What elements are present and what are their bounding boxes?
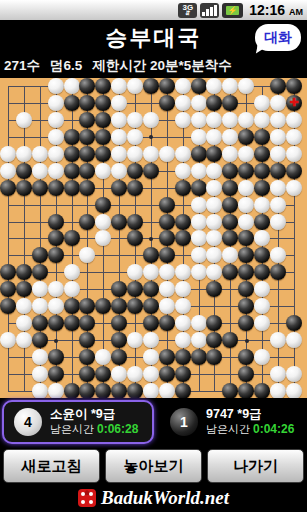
black-stone	[238, 366, 254, 382]
black-stone	[79, 78, 95, 94]
white-stone	[206, 163, 222, 179]
black-stone	[48, 214, 64, 230]
white-stone	[32, 366, 48, 382]
black-stone	[191, 180, 207, 196]
chat-button[interactable]: 대화	[255, 24, 301, 51]
white-stone	[95, 163, 111, 179]
black-stone	[79, 332, 95, 348]
black-stone	[32, 332, 48, 348]
white-stone	[270, 95, 286, 111]
black-stone	[79, 315, 95, 331]
white-stone	[254, 197, 270, 213]
black-player-time: 남은시간0:04:26	[206, 422, 294, 437]
white-player-name: 소윤이 *9급	[50, 407, 138, 422]
black-stone	[238, 264, 254, 280]
black-stone	[32, 315, 48, 331]
white-stone	[127, 332, 143, 348]
white-stone	[16, 298, 32, 314]
white-stone	[95, 214, 111, 230]
white-stone	[222, 146, 238, 162]
white-stone	[127, 129, 143, 145]
white-stone	[48, 146, 64, 162]
white-stone	[111, 78, 127, 94]
white-stone	[286, 366, 302, 382]
black-stone-badge: 1	[170, 408, 198, 436]
black-stone	[79, 112, 95, 128]
black-stone	[159, 197, 175, 213]
white-stone	[127, 146, 143, 162]
black-stone	[79, 95, 95, 111]
white-stone	[206, 112, 222, 128]
black-stone	[238, 163, 254, 179]
go-board[interactable]: ✚	[0, 78, 307, 398]
black-stone	[64, 230, 80, 246]
white-stone	[159, 264, 175, 280]
black-stone	[16, 264, 32, 280]
white-stone	[159, 298, 175, 314]
black-stone	[175, 383, 191, 398]
white-stone	[32, 349, 48, 365]
white-stone	[286, 332, 302, 348]
white-stone	[175, 332, 191, 348]
black-stone	[111, 332, 127, 348]
black-stone	[206, 332, 222, 348]
black-stone	[270, 78, 286, 94]
black-stone	[111, 315, 127, 331]
white-stone	[32, 383, 48, 398]
black-stone	[206, 95, 222, 111]
white-stone	[16, 112, 32, 128]
white-stone	[64, 264, 80, 280]
white-stone	[254, 230, 270, 246]
white-stone	[127, 112, 143, 128]
black-stone	[0, 298, 16, 314]
white-stone	[238, 146, 254, 162]
white-stone	[111, 112, 127, 128]
white-stone	[159, 281, 175, 297]
black-stone	[270, 163, 286, 179]
black-stone	[175, 366, 191, 382]
black-stone	[175, 230, 191, 246]
white-stone	[95, 349, 111, 365]
black-stone	[222, 214, 238, 230]
black-stone	[222, 197, 238, 213]
white-player-box: 4 소윤이 *9급 남은시간0:06:28	[2, 400, 154, 444]
white-stone	[159, 146, 175, 162]
white-stone	[48, 129, 64, 145]
white-stone	[0, 332, 16, 348]
black-stone	[32, 247, 48, 263]
white-stone	[206, 129, 222, 145]
white-stone	[48, 78, 64, 94]
black-stone	[191, 349, 207, 365]
game-info-row: 271수 덤6.5 제한시간 20분*5분착수	[0, 54, 307, 78]
black-stone	[222, 180, 238, 196]
white-stone	[48, 383, 64, 398]
black-stone	[111, 180, 127, 196]
white-stone	[254, 281, 270, 297]
refresh-button[interactable]: 새로고침	[3, 449, 100, 483]
white-stone	[143, 332, 159, 348]
white-stone	[32, 281, 48, 297]
white-stone	[206, 247, 222, 263]
white-stone	[175, 112, 191, 128]
black-stone	[206, 349, 222, 365]
black-stone	[238, 247, 254, 263]
white-stone	[159, 383, 175, 398]
white-stone	[191, 129, 207, 145]
black-stone	[238, 298, 254, 314]
network-3g-icon: 3G⇵	[178, 3, 197, 18]
white-stone	[175, 163, 191, 179]
white-stone	[286, 383, 302, 398]
black-stone	[254, 247, 270, 263]
white-stone	[143, 366, 159, 382]
white-stone	[111, 366, 127, 382]
black-stone	[79, 349, 95, 365]
black-stone	[143, 315, 159, 331]
white-stone	[254, 315, 270, 331]
white-stone	[206, 214, 222, 230]
black-stone	[79, 298, 95, 314]
black-stone	[175, 214, 191, 230]
white-stone	[270, 146, 286, 162]
white-stone	[48, 95, 64, 111]
white-stone	[238, 197, 254, 213]
white-stone	[191, 332, 207, 348]
brand-text: BadukWorld.net	[101, 487, 229, 509]
black-stone	[254, 146, 270, 162]
white-stone	[175, 78, 191, 94]
black-stone	[254, 163, 270, 179]
black-stone	[254, 180, 270, 196]
battery-icon: ⚡	[222, 3, 243, 18]
black-stone	[111, 383, 127, 398]
black-stone	[48, 230, 64, 246]
white-stone	[270, 180, 286, 196]
white-stone	[111, 163, 127, 179]
black-stone	[222, 95, 238, 111]
black-stone	[286, 78, 302, 94]
white-stone	[254, 349, 270, 365]
white-stone	[206, 264, 222, 280]
white-stone	[191, 264, 207, 280]
black-stone	[127, 383, 143, 398]
white-stone	[32, 298, 48, 314]
white-stone-badge: 4	[14, 408, 42, 436]
black-stone	[159, 214, 175, 230]
black-stone	[127, 180, 143, 196]
black-stone	[48, 180, 64, 196]
white-stone	[254, 112, 270, 128]
black-stone	[222, 332, 238, 348]
white-stone	[270, 247, 286, 263]
black-stone	[254, 264, 270, 280]
last-move-marker: ✚	[289, 97, 298, 108]
black-stone	[79, 383, 95, 398]
white-stone	[270, 332, 286, 348]
white-stone	[95, 230, 111, 246]
black-stone	[206, 281, 222, 297]
star-point	[54, 339, 58, 343]
black-stone	[95, 78, 111, 94]
black-stone	[79, 146, 95, 162]
black-stone	[64, 315, 80, 331]
white-stone	[191, 163, 207, 179]
player-panel: 4 소윤이 *9급 남은시간0:06:28 1 9747 *9급 남은시간0:0…	[0, 398, 307, 448]
black-stone	[64, 129, 80, 145]
white-stone	[32, 146, 48, 162]
black-stone	[175, 349, 191, 365]
white-stone	[143, 264, 159, 280]
black-stone	[95, 129, 111, 145]
black-stone	[191, 146, 207, 162]
white-stone	[175, 315, 191, 331]
black-stone	[48, 315, 64, 331]
white-stone	[143, 349, 159, 365]
black-stone	[95, 146, 111, 162]
white-stone	[206, 78, 222, 94]
footer-banner[interactable]: BadukWorld.net	[0, 484, 307, 512]
black-stone	[254, 214, 270, 230]
white-stone	[0, 163, 16, 179]
white-stone	[143, 383, 159, 398]
black-stone	[127, 163, 143, 179]
white-stone	[127, 78, 143, 94]
black-stone	[159, 315, 175, 331]
black-stone	[111, 349, 127, 365]
black-stone	[79, 366, 95, 382]
white-stone	[16, 332, 32, 348]
black-stone	[64, 180, 80, 196]
black-stone	[159, 247, 175, 263]
status-clock: 12:16 AM	[249, 2, 303, 18]
white-stone	[175, 146, 191, 162]
try-moves-button[interactable]: 놓아보기	[105, 449, 202, 483]
black-stone	[0, 281, 16, 297]
white-player-time: 남은시간0:06:28	[50, 422, 138, 437]
black-stone	[238, 129, 254, 145]
white-stone	[48, 112, 64, 128]
white-stone	[64, 281, 80, 297]
title-bar: 승부대국 대화	[0, 20, 307, 54]
black-stone	[222, 230, 238, 246]
black-stone	[111, 214, 127, 230]
white-stone	[32, 163, 48, 179]
white-stone	[270, 383, 286, 398]
white-stone	[222, 247, 238, 263]
black-stone	[222, 383, 238, 398]
white-stone	[0, 146, 16, 162]
white-stone	[143, 112, 159, 128]
white-stone	[191, 315, 207, 331]
white-stone	[286, 180, 302, 196]
black-stone	[64, 95, 80, 111]
black-stone	[95, 112, 111, 128]
black-stone	[95, 95, 111, 111]
white-stone	[175, 281, 191, 297]
black-stone	[143, 78, 159, 94]
black-stone	[286, 315, 302, 331]
white-stone	[222, 112, 238, 128]
black-stone	[95, 298, 111, 314]
black-stone	[143, 163, 159, 179]
star-point	[245, 339, 249, 343]
white-stone	[270, 112, 286, 128]
black-stone	[79, 214, 95, 230]
white-stone	[79, 247, 95, 263]
white-stone	[206, 180, 222, 196]
badukworld-dice-icon	[78, 489, 96, 507]
black-player-box: 1 9747 *9급 남은시간0:04:26	[160, 400, 305, 444]
white-stone	[238, 78, 254, 94]
black-stone	[64, 383, 80, 398]
black-stone	[127, 298, 143, 314]
black-stone	[222, 163, 238, 179]
black-stone	[206, 315, 222, 331]
white-stone	[111, 95, 127, 111]
black-stone	[238, 230, 254, 246]
white-stone	[48, 281, 64, 297]
black-stone	[32, 264, 48, 280]
white-stone	[127, 264, 143, 280]
white-stone	[111, 146, 127, 162]
black-stone	[238, 281, 254, 297]
black-player-name: 9747 *9급	[206, 407, 294, 422]
black-stone	[64, 146, 80, 162]
white-stone	[48, 163, 64, 179]
black-stone	[16, 281, 32, 297]
black-stone	[48, 366, 64, 382]
white-stone	[64, 78, 80, 94]
white-stone	[270, 197, 286, 213]
white-stone	[143, 146, 159, 162]
white-stone	[270, 214, 286, 230]
white-stone	[222, 78, 238, 94]
black-stone	[0, 180, 16, 196]
black-stone	[238, 383, 254, 398]
white-stone	[206, 197, 222, 213]
white-stone	[254, 95, 270, 111]
white-stone	[175, 298, 191, 314]
white-stone	[286, 129, 302, 145]
white-stone	[286, 112, 302, 128]
black-stone	[32, 180, 48, 196]
black-stone	[48, 349, 64, 365]
white-stone	[48, 298, 64, 314]
black-stone	[79, 163, 95, 179]
black-stone	[16, 180, 32, 196]
black-stone	[16, 163, 32, 179]
black-stone	[48, 247, 64, 263]
black-stone	[143, 281, 159, 297]
white-stone	[191, 112, 207, 128]
black-stone	[206, 146, 222, 162]
white-stone	[191, 214, 207, 230]
black-stone	[111, 298, 127, 314]
white-stone	[238, 214, 254, 230]
white-stone	[16, 315, 32, 331]
white-stone	[127, 366, 143, 382]
black-stone	[143, 247, 159, 263]
white-stone	[222, 129, 238, 145]
komi: 덤6.5	[50, 57, 82, 75]
black-stone	[64, 298, 80, 314]
black-stone	[270, 264, 286, 280]
black-stone	[159, 95, 175, 111]
black-stone	[286, 163, 302, 179]
white-stone	[270, 129, 286, 145]
white-stone	[175, 264, 191, 280]
white-stone	[191, 230, 207, 246]
black-stone	[127, 281, 143, 297]
black-stone	[175, 180, 191, 196]
black-stone	[79, 180, 95, 196]
white-stone	[191, 247, 207, 263]
black-stone	[254, 383, 270, 398]
black-stone	[79, 129, 95, 145]
black-stone	[222, 264, 238, 280]
signal-strength-icon	[200, 3, 219, 18]
black-stone	[95, 197, 111, 213]
black-stone	[159, 78, 175, 94]
white-stone	[270, 366, 286, 382]
black-stone	[238, 349, 254, 365]
black-stone	[238, 315, 254, 331]
black-stone	[143, 298, 159, 314]
black-stone	[159, 230, 175, 246]
black-stone	[159, 366, 175, 382]
status-bar: 3G⇵ ⚡ 12:16 AM	[0, 0, 307, 20]
white-stone	[191, 95, 207, 111]
black-stone	[64, 163, 80, 179]
black-stone-last-move: ✚	[286, 95, 302, 111]
white-stone	[238, 112, 254, 128]
black-stone	[159, 349, 175, 365]
white-stone	[206, 230, 222, 246]
time-rule: 제한시간 20분*5분착수	[92, 57, 232, 75]
white-stone	[175, 95, 191, 111]
black-stone	[111, 281, 127, 297]
black-stone	[127, 230, 143, 246]
star-point	[149, 237, 153, 241]
star-point	[149, 135, 153, 139]
action-button-row: 새로고침 놓아보기 나가기	[0, 448, 307, 484]
white-stone	[254, 298, 270, 314]
black-stone	[95, 383, 111, 398]
black-stone	[95, 366, 111, 382]
move-count: 271수	[4, 57, 40, 75]
white-stone	[16, 146, 32, 162]
white-stone	[111, 129, 127, 145]
white-stone	[238, 180, 254, 196]
exit-button[interactable]: 나가기	[207, 449, 304, 483]
white-stone	[191, 197, 207, 213]
black-stone	[254, 129, 270, 145]
black-stone	[0, 264, 16, 280]
white-stone	[286, 146, 302, 162]
black-stone	[127, 214, 143, 230]
black-stone	[191, 78, 207, 94]
